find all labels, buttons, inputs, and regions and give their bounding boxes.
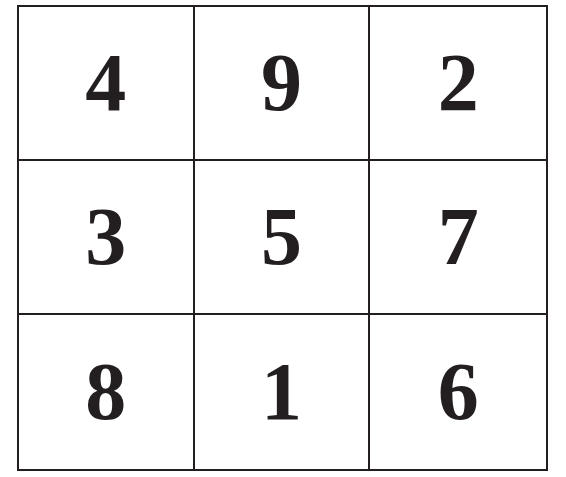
magic-square-board: 4 9 2 3 5 7 8 1 6 <box>17 5 548 471</box>
grid-cell-r0c2[interactable]: 2 <box>370 7 546 161</box>
grid-cell-r1c2[interactable]: 7 <box>370 161 546 315</box>
grid-cell-r0c0[interactable]: 4 <box>19 7 195 161</box>
grid-cell-r1c0[interactable]: 3 <box>19 161 195 315</box>
grid-cell-r2c0[interactable]: 8 <box>19 315 195 469</box>
grid-cell-r2c1[interactable]: 1 <box>195 315 371 469</box>
grid-cell-r2c2[interactable]: 6 <box>370 315 546 469</box>
grid-cell-r1c1[interactable]: 5 <box>195 161 371 315</box>
grid-cell-r0c1[interactable]: 9 <box>195 7 371 161</box>
magic-square-diagram: 4 9 2 3 5 7 8 1 6 <box>0 0 566 477</box>
